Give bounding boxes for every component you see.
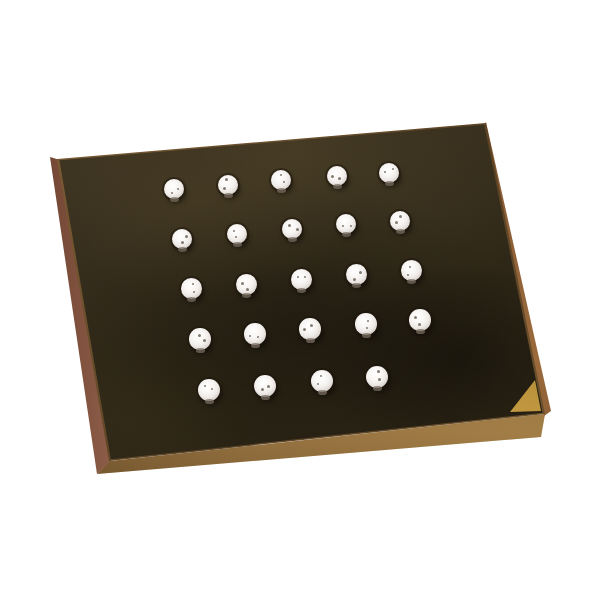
ball-speckle xyxy=(317,383,319,385)
ball-speckle xyxy=(225,178,228,181)
ball-speckle xyxy=(320,375,322,377)
ball-speckle xyxy=(331,175,334,178)
ball-speckle xyxy=(198,334,201,337)
solder-ball xyxy=(299,318,321,340)
bga-chip-photo xyxy=(0,0,600,600)
ball-speckle xyxy=(366,327,368,329)
ball-speckle xyxy=(257,336,259,338)
ball-speckle xyxy=(280,174,282,176)
ball-speckle xyxy=(338,177,341,180)
ball-speckle xyxy=(384,171,386,173)
ball-speckle xyxy=(203,339,206,342)
solder-ball xyxy=(244,323,266,345)
ball-speckle xyxy=(399,215,402,218)
ball-speckle xyxy=(359,271,362,274)
ball-speckle xyxy=(297,276,299,278)
solder-ball xyxy=(271,170,291,190)
ball-speckle xyxy=(409,266,411,268)
ball-speckle xyxy=(241,282,244,285)
ball-speckle xyxy=(296,228,299,231)
solder-ball xyxy=(198,379,220,401)
ball-speckle xyxy=(233,230,235,232)
ball-speckle xyxy=(288,224,291,227)
ball-speckle xyxy=(261,388,264,391)
solder-ball xyxy=(227,224,248,245)
ball-speckle xyxy=(283,181,285,183)
solder-ball xyxy=(355,313,377,335)
ball-speckle xyxy=(350,225,352,227)
solder-ball xyxy=(189,328,211,350)
ball-speckle xyxy=(177,188,179,190)
ball-speckle xyxy=(378,378,381,381)
ball-speckle xyxy=(246,288,249,291)
ball-speckle xyxy=(223,187,226,190)
ball-speckle xyxy=(193,291,195,293)
solder-ball xyxy=(181,278,202,299)
ball-speckle xyxy=(367,320,369,322)
ball-speckle xyxy=(181,241,184,244)
solder-ball xyxy=(218,175,238,195)
ball-speckle xyxy=(395,221,398,224)
ball-speckle xyxy=(418,323,421,326)
ball-speckle xyxy=(249,335,251,337)
ball-speckle xyxy=(267,385,270,388)
solder-ball xyxy=(236,274,257,295)
ball-speckle xyxy=(407,274,409,276)
ball-speckle xyxy=(310,324,313,327)
solder-ball xyxy=(311,370,333,392)
solder-ball xyxy=(282,219,303,240)
ball-speckle xyxy=(303,328,306,331)
solder-ball xyxy=(172,229,193,250)
solder-ball xyxy=(366,366,388,388)
solder-ball xyxy=(401,260,422,281)
solder-ball xyxy=(409,309,431,331)
ball-speckle xyxy=(392,168,394,170)
ball-speckle xyxy=(185,235,188,238)
ball-speckle xyxy=(235,236,237,238)
ball-speckle xyxy=(204,385,206,387)
ball-speckle xyxy=(377,370,380,373)
solder-ball xyxy=(254,375,276,397)
ball-speckle xyxy=(192,283,194,285)
solder-ball xyxy=(379,163,399,183)
solder-ball xyxy=(390,211,411,232)
ball-speckle xyxy=(211,388,213,390)
ball-speckle xyxy=(342,225,344,227)
solder-ball xyxy=(164,179,184,199)
solder-ball xyxy=(346,264,367,285)
ball-speckle xyxy=(171,192,173,194)
ball-speckle xyxy=(414,316,417,319)
ball-speckle xyxy=(304,276,306,278)
solder-ball xyxy=(327,166,347,186)
solder-ball xyxy=(336,214,357,235)
ball-speckle xyxy=(353,278,356,281)
solder-ball-grid xyxy=(0,0,600,600)
solder-ball xyxy=(291,269,312,290)
